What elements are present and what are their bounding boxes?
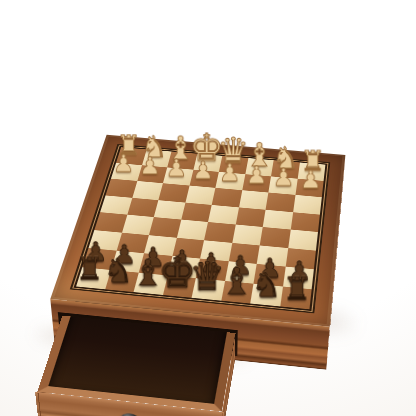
piece-glyph: ♟ <box>291 168 330 192</box>
drawer-knob[interactable] <box>121 413 141 416</box>
white-pawn[interactable]: ♟ <box>291 141 330 191</box>
product-photo: ♜♞♝♚♛♝♞♜♟♟♟♟♟♟♟♟♟♟♟♟♟♟♟♟♜♞♝♚♛♝♞♜ <box>0 0 416 416</box>
piece-layer: ♜♞♝♚♛♝♞♜♟♟♟♟♟♟♟♟♟♟♟♟♟♟♟♟♜♞♝♚♛♝♞♜ <box>74 146 328 311</box>
piece-glyph: ♜ <box>275 274 318 305</box>
black-rook[interactable]: ♜ <box>275 249 318 305</box>
chess-case: ♜♞♝♚♛♝♞♜♟♟♟♟♟♟♟♟♟♟♟♟♟♟♟♟♜♞♝♚♛♝♞♜ <box>50 135 345 327</box>
board-frame: ♜♞♝♚♛♝♞♜♟♟♟♟♟♟♟♟♟♟♟♟♟♟♟♟♜♞♝♚♛♝♞♜ <box>50 135 345 327</box>
stage: ♜♞♝♚♛♝♞♜♟♟♟♟♟♟♟♟♟♟♟♟♟♟♟♟♜♞♝♚♛♝♞♜ <box>0 0 416 416</box>
